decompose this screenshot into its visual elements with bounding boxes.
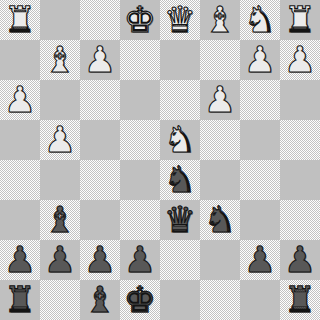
black-pawn-piece[interactable]: ♟ [284, 240, 316, 280]
square-c3[interactable]: ♟ [200, 80, 240, 120]
square-a2[interactable]: ♟ [280, 40, 320, 80]
square-b1[interactable]: ♞ [240, 0, 280, 40]
square-h1[interactable]: ♜ [0, 0, 40, 40]
white-knight-piece[interactable]: ♞ [244, 0, 276, 40]
square-d6[interactable]: ♛ [160, 200, 200, 240]
square-a8[interactable]: ♜ [280, 280, 320, 320]
square-c8[interactable] [200, 280, 240, 320]
square-f3[interactable] [80, 80, 120, 120]
white-rook-piece[interactable]: ♜ [284, 0, 316, 40]
black-pawn-piece[interactable]: ♟ [84, 240, 116, 280]
square-c2[interactable] [200, 40, 240, 80]
square-f6[interactable] [80, 200, 120, 240]
square-e3[interactable] [120, 80, 160, 120]
square-f5[interactable] [80, 160, 120, 200]
square-d1[interactable]: ♛ [160, 0, 200, 40]
white-pawn-piece[interactable]: ♟ [244, 40, 276, 80]
square-e6[interactable] [120, 200, 160, 240]
square-h2[interactable] [0, 40, 40, 80]
square-b4[interactable] [240, 120, 280, 160]
square-d8[interactable] [160, 280, 200, 320]
square-g8[interactable] [40, 280, 80, 320]
square-h3[interactable]: ♟ [0, 80, 40, 120]
white-queen-piece[interactable]: ♛ [164, 0, 196, 40]
black-bishop-piece[interactable]: ♝ [44, 200, 76, 240]
square-e4[interactable] [120, 120, 160, 160]
square-b2[interactable]: ♟ [240, 40, 280, 80]
square-a3[interactable] [280, 80, 320, 120]
square-d7[interactable] [160, 240, 200, 280]
white-pawn-piece[interactable]: ♟ [44, 120, 76, 160]
square-h8[interactable]: ♜ [0, 280, 40, 320]
white-bishop-piece[interactable]: ♝ [44, 40, 76, 80]
square-h4[interactable] [0, 120, 40, 160]
square-g2[interactable]: ♝ [40, 40, 80, 80]
square-g6[interactable]: ♝ [40, 200, 80, 240]
black-bishop-piece[interactable]: ♝ [84, 280, 116, 320]
square-h7[interactable]: ♟ [0, 240, 40, 280]
white-king-piece[interactable]: ♚ [124, 0, 156, 40]
square-b5[interactable] [240, 160, 280, 200]
square-b6[interactable] [240, 200, 280, 240]
square-e1[interactable]: ♚ [120, 0, 160, 40]
square-e5[interactable] [120, 160, 160, 200]
square-b3[interactable] [240, 80, 280, 120]
square-c7[interactable] [200, 240, 240, 280]
white-pawn-piece[interactable]: ♟ [4, 80, 36, 120]
black-pawn-piece[interactable]: ♟ [44, 240, 76, 280]
black-knight-piece[interactable]: ♞ [204, 200, 236, 240]
square-h6[interactable] [0, 200, 40, 240]
black-king-piece[interactable]: ♚ [124, 280, 156, 320]
square-g4[interactable]: ♟ [40, 120, 80, 160]
square-c4[interactable] [200, 120, 240, 160]
square-g5[interactable] [40, 160, 80, 200]
black-knight-piece[interactable]: ♞ [164, 160, 196, 200]
square-d4[interactable]: ♞ [160, 120, 200, 160]
square-g1[interactable] [40, 0, 80, 40]
white-rook-piece[interactable]: ♜ [4, 0, 36, 40]
square-e8[interactable]: ♚ [120, 280, 160, 320]
white-bishop-piece[interactable]: ♝ [204, 0, 236, 40]
black-pawn-piece[interactable]: ♟ [124, 240, 156, 280]
white-pawn-piece[interactable]: ♟ [204, 80, 236, 120]
square-b8[interactable] [240, 280, 280, 320]
square-c6[interactable]: ♞ [200, 200, 240, 240]
black-queen-piece[interactable]: ♛ [164, 200, 196, 240]
black-pawn-piece[interactable]: ♟ [244, 240, 276, 280]
square-h5[interactable] [0, 160, 40, 200]
square-f2[interactable]: ♟ [80, 40, 120, 80]
square-d5[interactable]: ♞ [160, 160, 200, 200]
chess-board: ♜♚♛♝♞♜♝♟♟♟♟♟♟♞♞♝♛♞♟♟♟♟♟♟♜♝♚♜ [0, 0, 320, 320]
black-rook-piece[interactable]: ♜ [4, 280, 36, 320]
white-pawn-piece[interactable]: ♟ [284, 40, 316, 80]
square-a7[interactable]: ♟ [280, 240, 320, 280]
white-pawn-piece[interactable]: ♟ [84, 40, 116, 80]
square-g7[interactable]: ♟ [40, 240, 80, 280]
square-f7[interactable]: ♟ [80, 240, 120, 280]
square-b7[interactable]: ♟ [240, 240, 280, 280]
black-pawn-piece[interactable]: ♟ [4, 240, 36, 280]
square-d3[interactable] [160, 80, 200, 120]
square-e7[interactable]: ♟ [120, 240, 160, 280]
square-g3[interactable] [40, 80, 80, 120]
square-f1[interactable] [80, 0, 120, 40]
square-c5[interactable] [200, 160, 240, 200]
white-knight-piece[interactable]: ♞ [164, 120, 196, 160]
square-c1[interactable]: ♝ [200, 0, 240, 40]
black-rook-piece[interactable]: ♜ [284, 280, 316, 320]
square-a4[interactable] [280, 120, 320, 160]
square-d2[interactable] [160, 40, 200, 80]
square-f4[interactable] [80, 120, 120, 160]
square-a6[interactable] [280, 200, 320, 240]
square-a1[interactable]: ♜ [280, 0, 320, 40]
square-f8[interactable]: ♝ [80, 280, 120, 320]
square-e2[interactable] [120, 40, 160, 80]
square-a5[interactable] [280, 160, 320, 200]
